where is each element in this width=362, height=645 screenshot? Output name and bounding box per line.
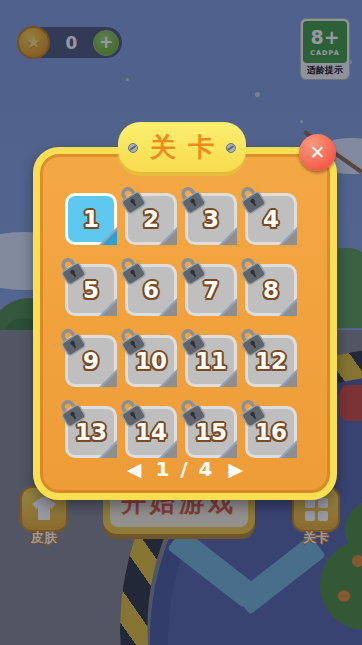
- level-number: 7: [203, 279, 219, 302]
- page-fold: [222, 443, 237, 458]
- screw-icon: [128, 143, 138, 153]
- page-fold: [282, 443, 297, 458]
- level-number: 1: [83, 208, 99, 231]
- level-tile-16[interactable]: 16: [245, 406, 297, 458]
- page-fold: [222, 372, 237, 387]
- page-fold: [162, 301, 177, 316]
- level-tile-2[interactable]: 2: [125, 193, 177, 245]
- level-tile-13[interactable]: 13: [65, 406, 117, 458]
- page-fold: [162, 372, 177, 387]
- level-number: 3: [203, 208, 219, 231]
- screen: ★ 0 + 8+ CADPA 适龄提示 开始游戏 皮肤: [0, 0, 362, 645]
- page-fold: [282, 230, 297, 245]
- level-tile-8[interactable]: 8: [245, 264, 297, 316]
- page-fold: [282, 372, 297, 387]
- page-fold: [102, 443, 117, 458]
- level-number: 5: [83, 279, 99, 302]
- close-button[interactable]: ✕: [299, 134, 336, 171]
- prev-page-arrow[interactable]: ◀: [127, 460, 142, 479]
- page-fold: [222, 301, 237, 316]
- level-tile-4[interactable]: 4: [245, 193, 297, 245]
- modal-title: 关卡: [138, 130, 226, 165]
- close-icon: ✕: [310, 143, 326, 162]
- level-panel: 12345678910111213141516 ◀ 1 / 4 ▶: [33, 147, 337, 500]
- level-tile-5[interactable]: 5: [65, 264, 117, 316]
- level-tile-11[interactable]: 11: [185, 335, 237, 387]
- level-number: 9: [83, 350, 99, 373]
- page-fold: [282, 301, 297, 316]
- level-number: 8: [263, 279, 279, 302]
- page-fold: [102, 301, 117, 316]
- page-indicator: 1 / 4: [155, 457, 214, 481]
- page-fold: [162, 443, 177, 458]
- page-fold: [102, 372, 117, 387]
- next-page-arrow[interactable]: ▶: [229, 460, 244, 479]
- level-tile-6[interactable]: 6: [125, 264, 177, 316]
- level-number: 2: [143, 208, 159, 231]
- page-fold: [162, 230, 177, 245]
- page-fold: [222, 230, 237, 245]
- page-fold: [102, 230, 117, 245]
- level-select-modal: 12345678910111213141516 ◀ 1 / 4 ▶ 关卡 ✕: [0, 0, 362, 645]
- level-tile-1[interactable]: 1: [65, 193, 117, 245]
- pagination: ◀ 1 / 4 ▶: [40, 457, 330, 481]
- level-tile-15[interactable]: 15: [185, 406, 237, 458]
- level-tile-3[interactable]: 3: [185, 193, 237, 245]
- screw-icon: [226, 143, 236, 153]
- level-number: 6: [143, 279, 159, 302]
- level-tile-9[interactable]: 9: [65, 335, 117, 387]
- level-tile-14[interactable]: 14: [125, 406, 177, 458]
- level-tile-12[interactable]: 12: [245, 335, 297, 387]
- level-tile-10[interactable]: 10: [125, 335, 177, 387]
- level-tile-7[interactable]: 7: [185, 264, 237, 316]
- level-number: 4: [263, 208, 279, 231]
- level-grid: 12345678910111213141516: [65, 193, 297, 458]
